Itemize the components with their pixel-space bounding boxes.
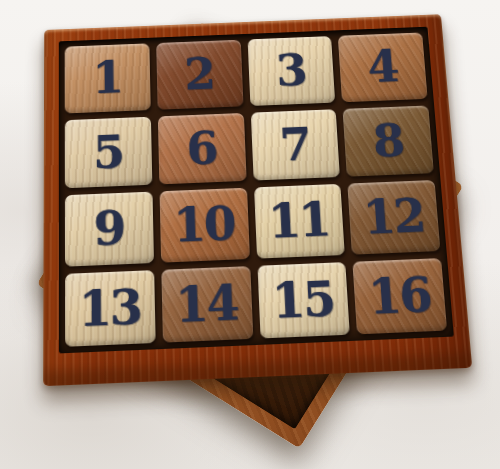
tile-3[interactable]: 3 [247,36,335,105]
tile-2[interactable]: 2 [156,40,243,110]
tile-10[interactable]: 10 [159,188,249,262]
tile-5[interactable]: 5 [65,116,152,188]
tile-12[interactable]: 12 [348,180,441,254]
tile-14[interactable]: 14 [161,266,253,343]
tile-1[interactable]: 1 [65,43,151,113]
tile-11[interactable]: 11 [254,184,345,258]
tile-grid: 12345678910111213141516 [59,27,454,354]
tile-6[interactable]: 6 [158,112,247,184]
product-photo-scene: 12345678910111213141516 [0,0,500,469]
puzzle-tray-wrap: 12345678910111213141516 [43,14,472,386]
puzzle-tray: 12345678910111213141516 [43,14,472,386]
tile-8[interactable]: 8 [343,105,434,177]
tile-4[interactable]: 4 [338,32,428,101]
tile-13[interactable]: 13 [65,270,155,347]
tile-16[interactable]: 16 [353,258,448,335]
tile-9[interactable]: 9 [65,192,154,267]
tile-7[interactable]: 7 [250,109,340,181]
tile-15[interactable]: 15 [257,262,350,339]
